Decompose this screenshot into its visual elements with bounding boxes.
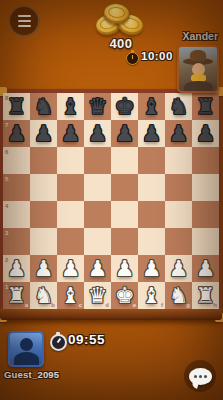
square-d5[interactable]: [84, 174, 111, 201]
piece-white-rook[interactable]: ♜: [3, 282, 30, 309]
square-c2[interactable]: ♟: [57, 255, 84, 282]
piece-white-pawn[interactable]: ♟: [192, 255, 219, 282]
square-h7[interactable]: ♟: [192, 120, 219, 147]
piece-white-pawn[interactable]: ♟: [165, 255, 192, 282]
piece-black-bishop[interactable]: ♝: [138, 93, 165, 120]
player-name: Guest_2095: [4, 369, 59, 380]
piece-black-rook[interactable]: ♜: [192, 93, 219, 120]
square-e7[interactable]: ♟: [111, 120, 138, 147]
piece-white-king[interactable]: ♚: [111, 282, 138, 309]
square-e8[interactable]: ♚: [111, 93, 138, 120]
square-f3[interactable]: [138, 228, 165, 255]
square-f1[interactable]: f♝: [138, 282, 165, 309]
piece-black-rook[interactable]: ♜: [3, 93, 30, 120]
player-clock-icon: [50, 334, 67, 351]
square-d3[interactable]: [84, 228, 111, 255]
square-f7[interactable]: ♟: [138, 120, 165, 147]
board-base: [0, 309, 222, 320]
piece-black-knight[interactable]: ♞: [165, 93, 192, 120]
square-d1[interactable]: d♛: [84, 282, 111, 309]
square-e6[interactable]: [111, 147, 138, 174]
square-a4[interactable]: 4: [3, 201, 30, 228]
square-f2[interactable]: ♟: [138, 255, 165, 282]
square-h2[interactable]: ♟: [192, 255, 219, 282]
square-c8[interactable]: ♝: [57, 93, 84, 120]
piece-white-knight[interactable]: ♞: [165, 282, 192, 309]
square-g8[interactable]: ♞: [165, 93, 192, 120]
chess-board: 8♜♞♝♛♚♝♞♜7♟♟♟♟♟♟♟♟65432♟♟♟♟♟♟♟♟1a♜b♞c♝d♛…: [0, 89, 222, 320]
chat-button[interactable]: [184, 360, 216, 392]
square-g4[interactable]: [165, 201, 192, 228]
square-a2[interactable]: 2♟: [3, 255, 30, 282]
square-c3[interactable]: [57, 228, 84, 255]
square-g5[interactable]: [165, 174, 192, 201]
piece-white-pawn[interactable]: ♟: [138, 255, 165, 282]
square-g1[interactable]: g♞: [165, 282, 192, 309]
piece-white-pawn[interactable]: ♟: [111, 255, 138, 282]
square-g7[interactable]: ♟: [165, 120, 192, 147]
piece-white-bishop[interactable]: ♝: [138, 282, 165, 309]
piece-white-pawn[interactable]: ♟: [84, 255, 111, 282]
square-g6[interactable]: [165, 147, 192, 174]
square-a3[interactable]: 3: [3, 228, 30, 255]
square-h8[interactable]: ♜: [192, 93, 219, 120]
square-e4[interactable]: [111, 201, 138, 228]
square-c7[interactable]: ♟: [57, 120, 84, 147]
square-g3[interactable]: [165, 228, 192, 255]
piece-white-pawn[interactable]: ♟: [57, 255, 84, 282]
square-c1[interactable]: c♝: [57, 282, 84, 309]
app-screen: 400 Xander 10:00 8♜♞♝♛♚♝♞♜7♟♟♟♟♟♟♟♟65432…: [0, 0, 223, 400]
piece-white-pawn[interactable]: ♟: [30, 255, 57, 282]
square-b8[interactable]: ♞: [30, 93, 57, 120]
opponent-clock-icon: [126, 52, 139, 65]
square-d4[interactable]: [84, 201, 111, 228]
square-h3[interactable]: [192, 228, 219, 255]
square-b5[interactable]: [30, 174, 57, 201]
square-e3[interactable]: [111, 228, 138, 255]
piece-black-pawn[interactable]: ♟: [84, 120, 111, 147]
opponent-avatar[interactable]: [177, 45, 219, 93]
piece-black-knight[interactable]: ♞: [30, 93, 57, 120]
square-d7[interactable]: ♟: [84, 120, 111, 147]
hamburger-icon: [18, 15, 31, 18]
square-e5[interactable]: [111, 174, 138, 201]
rank-label: 4: [5, 203, 8, 209]
square-f8[interactable]: ♝: [138, 93, 165, 120]
square-b3[interactable]: [30, 228, 57, 255]
square-c6[interactable]: [57, 147, 84, 174]
square-h6[interactable]: [192, 147, 219, 174]
piece-black-pawn[interactable]: ♟: [165, 120, 192, 147]
square-c4[interactable]: [57, 201, 84, 228]
piece-black-pawn[interactable]: ♟: [111, 120, 138, 147]
square-h1[interactable]: h♜: [192, 282, 219, 309]
piece-white-queen[interactable]: ♛: [84, 282, 111, 309]
square-h4[interactable]: [192, 201, 219, 228]
chat-bubble-icon: [189, 368, 212, 385]
square-b1[interactable]: b♞: [30, 282, 57, 309]
menu-button[interactable]: [8, 5, 40, 37]
piece-white-rook[interactable]: ♜: [192, 282, 219, 309]
square-a1[interactable]: 1a♜: [3, 282, 30, 309]
piece-white-bishop[interactable]: ♝: [57, 282, 84, 309]
rank-label: 6: [5, 149, 8, 155]
square-g2[interactable]: ♟: [165, 255, 192, 282]
square-d8[interactable]: ♛: [84, 93, 111, 120]
square-b6[interactable]: [30, 147, 57, 174]
square-a5[interactable]: 5: [3, 174, 30, 201]
square-a6[interactable]: 6: [3, 147, 30, 174]
square-d6[interactable]: [84, 147, 111, 174]
square-h5[interactable]: [192, 174, 219, 201]
piece-black-pawn[interactable]: ♟: [192, 120, 219, 147]
piece-black-bishop[interactable]: ♝: [57, 93, 84, 120]
piece-black-pawn[interactable]: ♟: [138, 120, 165, 147]
player-timer: 09:55: [68, 332, 105, 347]
piece-white-pawn[interactable]: ♟: [3, 255, 30, 282]
square-b2[interactable]: ♟: [30, 255, 57, 282]
piece-white-knight[interactable]: ♞: [30, 282, 57, 309]
square-a7[interactable]: 7♟: [3, 120, 30, 147]
square-b4[interactable]: [30, 201, 57, 228]
square-f6[interactable]: [138, 147, 165, 174]
piece-black-pawn[interactable]: ♟: [57, 120, 84, 147]
square-a8[interactable]: 8♜: [3, 93, 30, 120]
square-b7[interactable]: ♟: [30, 120, 57, 147]
square-f5[interactable]: [138, 174, 165, 201]
rank-label: 3: [5, 230, 8, 236]
square-d2[interactable]: ♟: [84, 255, 111, 282]
piece-black-pawn[interactable]: ♟: [30, 120, 57, 147]
square-c5[interactable]: [57, 174, 84, 201]
square-f4[interactable]: [138, 201, 165, 228]
square-e1[interactable]: e♚: [111, 282, 138, 309]
player-avatar[interactable]: [8, 331, 44, 367]
opponent-name: Xander: [138, 30, 218, 42]
opponent-timer: 10:00: [141, 50, 173, 62]
rank-label: 5: [5, 176, 8, 182]
piece-black-queen[interactable]: ♛: [84, 93, 111, 120]
square-e2[interactable]: ♟: [111, 255, 138, 282]
piece-black-king[interactable]: ♚: [111, 93, 138, 120]
board-squares: 8♜♞♝♛♚♝♞♜7♟♟♟♟♟♟♟♟65432♟♟♟♟♟♟♟♟1a♜b♞c♝d♛…: [3, 93, 219, 309]
piece-black-pawn[interactable]: ♟: [3, 120, 30, 147]
